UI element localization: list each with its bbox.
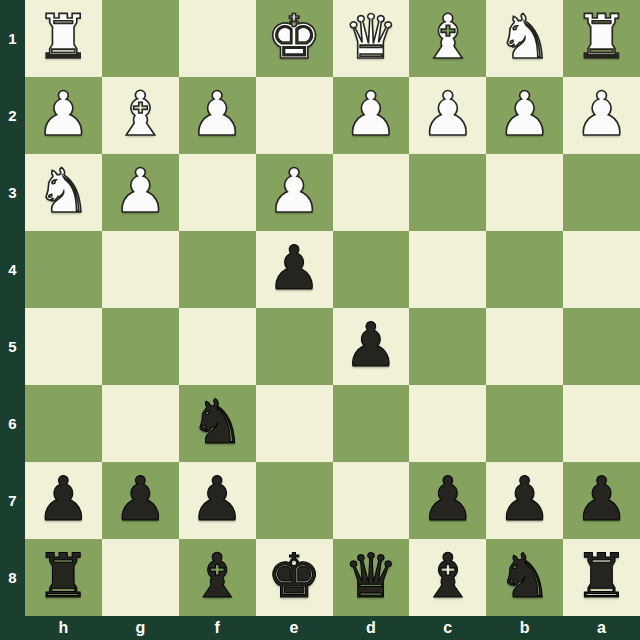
- square-e3[interactable]: ♟: [256, 154, 333, 231]
- square-b8[interactable]: ♞: [486, 539, 563, 616]
- square-c3[interactable]: [409, 154, 486, 231]
- square-f5[interactable]: [179, 308, 256, 385]
- square-f6[interactable]: ♞: [179, 385, 256, 462]
- piece-white-king-e1[interactable]: ♚: [267, 6, 322, 67]
- file-label-h: h: [25, 616, 102, 640]
- square-g6[interactable]: [102, 385, 179, 462]
- square-e2[interactable]: [256, 77, 333, 154]
- square-c7[interactable]: ♟: [409, 462, 486, 539]
- square-c6[interactable]: [409, 385, 486, 462]
- square-g4[interactable]: [102, 231, 179, 308]
- square-h1[interactable]: ♜: [25, 0, 102, 77]
- square-h7[interactable]: ♟: [25, 462, 102, 539]
- square-e4[interactable]: ♟: [256, 231, 333, 308]
- square-e7[interactable]: [256, 462, 333, 539]
- piece-white-rook-h1[interactable]: ♜: [36, 6, 91, 67]
- square-a3[interactable]: [563, 154, 640, 231]
- square-a4[interactable]: [563, 231, 640, 308]
- piece-white-knight-b1[interactable]: ♞: [497, 6, 552, 67]
- square-d8[interactable]: ♛: [333, 539, 410, 616]
- file-label-c: c: [409, 616, 486, 640]
- square-f7[interactable]: ♟: [179, 462, 256, 539]
- rank-label-2: 2: [0, 77, 25, 154]
- rank-label-4: 4: [0, 231, 25, 308]
- piece-black-pawn-f7[interactable]: ♟: [190, 468, 245, 529]
- square-h3[interactable]: ♞: [25, 154, 102, 231]
- square-a6[interactable]: [563, 385, 640, 462]
- file-label-a: a: [563, 616, 640, 640]
- square-d5[interactable]: ♟: [333, 308, 410, 385]
- piece-white-pawn-a2[interactable]: ♟: [574, 83, 629, 144]
- square-g2[interactable]: ♝: [102, 77, 179, 154]
- file-label-b: b: [486, 616, 563, 640]
- square-f8[interactable]: ♝: [179, 539, 256, 616]
- square-h2[interactable]: ♟: [25, 77, 102, 154]
- square-g8[interactable]: [102, 539, 179, 616]
- square-b4[interactable]: [486, 231, 563, 308]
- square-e6[interactable]: [256, 385, 333, 462]
- piece-white-pawn-e3[interactable]: ♟: [267, 160, 322, 221]
- square-c1[interactable]: ♝: [409, 0, 486, 77]
- file-label-g: g: [102, 616, 179, 640]
- piece-white-pawn-g3[interactable]: ♟: [113, 160, 168, 221]
- piece-black-pawn-h7[interactable]: ♟: [36, 468, 91, 529]
- square-f2[interactable]: ♟: [179, 77, 256, 154]
- chess-board-container: 12345678 ♜♚♛♝♞♜♟♝♟♟♟♟♟♞♟♟♟♟♞♟♟♟♟♟♟♜♝♚♛♝♞…: [0, 0, 640, 640]
- rank-label-8: 8: [0, 539, 25, 616]
- square-g3[interactable]: ♟: [102, 154, 179, 231]
- square-f3[interactable]: [179, 154, 256, 231]
- file-labels: hgfedcba: [25, 616, 640, 640]
- square-b5[interactable]: [486, 308, 563, 385]
- piece-white-pawn-f2[interactable]: ♟: [190, 83, 245, 144]
- square-a1[interactable]: ♜: [563, 0, 640, 77]
- square-d1[interactable]: ♛: [333, 0, 410, 77]
- square-g7[interactable]: ♟: [102, 462, 179, 539]
- piece-white-bishop-c1[interactable]: ♝: [420, 6, 475, 67]
- piece-black-rook-a8[interactable]: ♜: [574, 545, 629, 606]
- square-a2[interactable]: ♟: [563, 77, 640, 154]
- piece-black-pawn-e4[interactable]: ♟: [267, 237, 322, 298]
- square-b1[interactable]: ♞: [486, 0, 563, 77]
- square-d3[interactable]: [333, 154, 410, 231]
- rank-label-3: 3: [0, 154, 25, 231]
- file-label-d: d: [333, 616, 410, 640]
- file-label-f: f: [179, 616, 256, 640]
- piece-black-pawn-d5[interactable]: ♟: [344, 314, 399, 375]
- file-label-e: e: [256, 616, 333, 640]
- piece-white-rook-a1[interactable]: ♜: [574, 6, 629, 67]
- square-h8[interactable]: ♜: [25, 539, 102, 616]
- square-c8[interactable]: ♝: [409, 539, 486, 616]
- rank-label-7: 7: [0, 462, 25, 539]
- piece-white-queen-d1[interactable]: ♛: [344, 6, 399, 67]
- square-g1[interactable]: [102, 0, 179, 77]
- rank-label-1: 1: [0, 0, 25, 77]
- rank-label-5: 5: [0, 308, 25, 385]
- piece-black-bishop-c8[interactable]: ♝: [420, 545, 475, 606]
- square-g5[interactable]: [102, 308, 179, 385]
- square-b2[interactable]: ♟: [486, 77, 563, 154]
- square-h5[interactable]: [25, 308, 102, 385]
- square-d2[interactable]: ♟: [333, 77, 410, 154]
- chess-board: ♜♚♛♝♞♜♟♝♟♟♟♟♟♞♟♟♟♟♞♟♟♟♟♟♟♜♝♚♛♝♞♜: [25, 0, 640, 616]
- square-c5[interactable]: [409, 308, 486, 385]
- square-d7[interactable]: [333, 462, 410, 539]
- square-a8[interactable]: ♜: [563, 539, 640, 616]
- square-h4[interactable]: [25, 231, 102, 308]
- square-b3[interactable]: [486, 154, 563, 231]
- piece-white-pawn-d2[interactable]: ♟: [344, 83, 399, 144]
- square-c2[interactable]: ♟: [409, 77, 486, 154]
- piece-white-pawn-b2[interactable]: ♟: [497, 83, 552, 144]
- square-b6[interactable]: [486, 385, 563, 462]
- square-d4[interactable]: [333, 231, 410, 308]
- piece-black-pawn-c7[interactable]: ♟: [420, 468, 475, 529]
- piece-white-bishop-g2[interactable]: ♝: [113, 83, 168, 144]
- piece-black-bishop-f8[interactable]: ♝: [190, 545, 245, 606]
- square-e1[interactable]: ♚: [256, 0, 333, 77]
- square-e5[interactable]: [256, 308, 333, 385]
- square-a7[interactable]: ♟: [563, 462, 640, 539]
- square-f1[interactable]: [179, 0, 256, 77]
- square-d6[interactable]: [333, 385, 410, 462]
- piece-black-pawn-a7[interactable]: ♟: [574, 468, 629, 529]
- square-c4[interactable]: [409, 231, 486, 308]
- square-h6[interactable]: [25, 385, 102, 462]
- piece-black-pawn-g7[interactable]: ♟: [113, 468, 168, 529]
- piece-white-pawn-c2[interactable]: ♟: [420, 83, 475, 144]
- piece-white-knight-h3[interactable]: ♞: [36, 160, 91, 221]
- piece-white-pawn-h2[interactable]: ♟: [36, 83, 91, 144]
- piece-black-rook-h8[interactable]: ♜: [36, 545, 91, 606]
- piece-black-knight-b8[interactable]: ♞: [497, 545, 552, 606]
- piece-black-king-e8[interactable]: ♚: [267, 545, 322, 606]
- piece-black-knight-f6[interactable]: ♞: [190, 391, 245, 452]
- piece-black-pawn-b7[interactable]: ♟: [497, 468, 552, 529]
- rank-label-6: 6: [0, 385, 25, 462]
- rank-labels: 12345678: [0, 0, 25, 616]
- piece-black-queen-d8[interactable]: ♛: [344, 545, 399, 606]
- square-b7[interactable]: ♟: [486, 462, 563, 539]
- square-f4[interactable]: [179, 231, 256, 308]
- square-a5[interactable]: [563, 308, 640, 385]
- square-e8[interactable]: ♚: [256, 539, 333, 616]
